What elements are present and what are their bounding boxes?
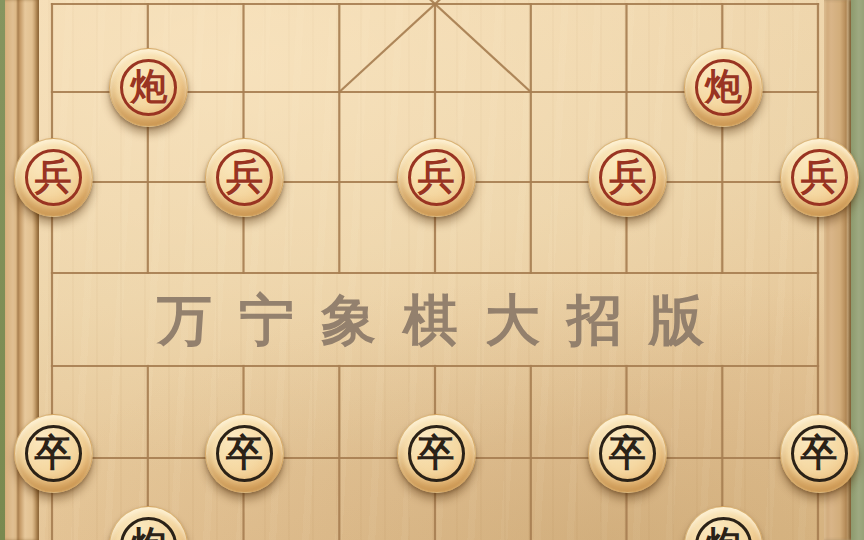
piece-red-soldier[interactable]: 兵 (397, 138, 476, 217)
piece-ring: 卒 (25, 425, 82, 482)
piece-red-cannon[interactable]: 炮 (109, 48, 188, 127)
piece-character: 卒 (801, 434, 838, 471)
piece-character: 兵 (418, 158, 455, 195)
piece-character: 炮 (130, 526, 167, 540)
piece-character: 卒 (226, 434, 263, 471)
piece-ring: 炮 (120, 59, 177, 116)
piece-ring: 兵 (408, 149, 465, 206)
piece-character: 卒 (609, 434, 646, 471)
piece-red-soldier[interactable]: 兵 (588, 138, 667, 217)
piece-ring: 兵 (599, 149, 656, 206)
piece-ring: 卒 (408, 425, 465, 482)
piece-ring: 炮 (695, 517, 752, 540)
piece-character: 兵 (35, 158, 72, 195)
piece-black-soldier[interactable]: 卒 (588, 414, 667, 493)
piece-character: 卒 (418, 434, 455, 471)
piece-ring: 兵 (216, 149, 273, 206)
piece-red-soldier[interactable]: 兵 (205, 138, 284, 217)
piece-ring: 炮 (695, 59, 752, 116)
piece-character: 炮 (130, 68, 167, 105)
piece-black-soldier[interactable]: 卒 (780, 414, 859, 493)
piece-ring: 炮 (120, 517, 177, 540)
piece-character: 兵 (226, 158, 263, 195)
piece-ring: 兵 (25, 149, 82, 206)
piece-character: 兵 (801, 158, 838, 195)
piece-character: 炮 (705, 526, 742, 540)
piece-black-soldier[interactable]: 卒 (14, 414, 93, 493)
piece-black-soldier[interactable]: 卒 (397, 414, 476, 493)
piece-character: 卒 (35, 434, 72, 471)
xiangqi-board[interactable]: 万宁象棋大招版 炮炮兵兵兵兵兵卒卒卒卒卒炮炮 (0, 0, 864, 540)
piece-ring: 卒 (216, 425, 273, 482)
piece-ring: 兵 (791, 149, 848, 206)
piece-black-soldier[interactable]: 卒 (205, 414, 284, 493)
river-watermark-text: 万宁象棋大招版 (157, 292, 731, 348)
piece-red-soldier[interactable]: 兵 (780, 138, 859, 217)
piece-character: 兵 (609, 158, 646, 195)
piece-character: 炮 (705, 68, 742, 105)
piece-red-soldier[interactable]: 兵 (14, 138, 93, 217)
piece-red-cannon[interactable]: 炮 (684, 48, 763, 127)
piece-ring: 卒 (791, 425, 848, 482)
piece-ring: 卒 (599, 425, 656, 482)
